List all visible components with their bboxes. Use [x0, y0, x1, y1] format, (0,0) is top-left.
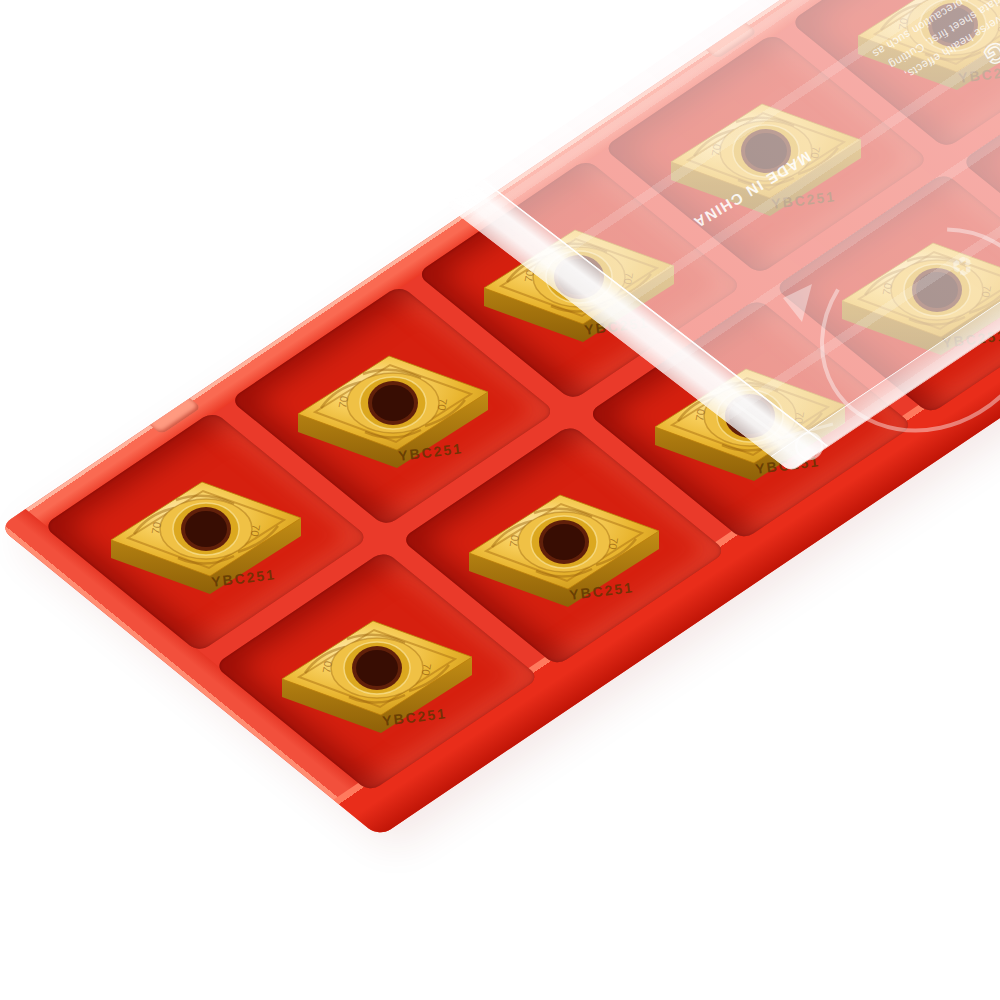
- insert-graphic: 70 70 YBC251: [464, 489, 664, 615]
- insert-graphic: 70 70 YBC251: [106, 476, 306, 602]
- carbide-insert: 70 70 YBC251: [106, 476, 306, 602]
- face-mark-left: 70: [693, 408, 707, 422]
- insert-hole: [543, 524, 585, 560]
- face-mark-left: 70: [149, 521, 163, 535]
- insert-hole: [372, 385, 414, 421]
- insert-hole: [356, 650, 398, 686]
- face-mark-left: 70: [336, 395, 350, 409]
- face-mark-right: 70: [249, 523, 263, 537]
- insert-graphic: 70 70 YBC251: [293, 350, 493, 476]
- carbide-insert: 70 70 YBC251: [277, 615, 477, 741]
- face-mark-left: 70: [320, 660, 334, 674]
- insert-graphic: 70 70 YBC251: [277, 615, 477, 741]
- face-mark-left: 70: [507, 534, 521, 548]
- carbide-insert: 70 70 YBC251: [293, 350, 493, 476]
- carbide-insert: 70 70 YBC251: [464, 489, 664, 615]
- face-mark-right: 70: [606, 537, 620, 551]
- face-mark-right: 70: [435, 397, 449, 411]
- face-mark-right: 70: [420, 663, 434, 677]
- product-photo-scene: 70 70 YBC251: [0, 0, 1000, 1000]
- insert-hole: [185, 511, 227, 547]
